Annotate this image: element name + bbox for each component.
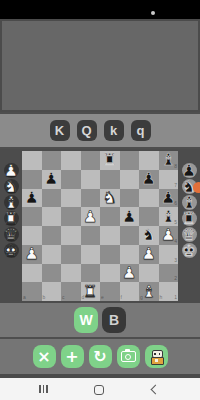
status-bar [0, 0, 200, 19]
square-g2[interactable] [139, 264, 159, 283]
square-c4[interactable] [61, 226, 81, 245]
square-b8[interactable] [42, 151, 62, 170]
robot-icon [150, 349, 163, 365]
square-a1[interactable]: a [22, 282, 42, 301]
touch-indicator-dot [193, 182, 200, 193]
file-label: h [160, 295, 163, 300]
square-b3[interactable] [42, 245, 62, 264]
piece-white-pawn[interactable]: ♟ [25, 246, 39, 262]
piece-black-bishop[interactable]: ♝ [161, 152, 175, 168]
square-h1[interactable]: 1h [159, 282, 179, 301]
palette-white-queen[interactable]: ♛ [4, 227, 19, 242]
square-h6[interactable]: ♟6 [159, 189, 179, 208]
square-d6[interactable] [81, 189, 101, 208]
square-b4[interactable] [42, 226, 62, 245]
palette-black-pawn[interactable]: ♟ [182, 163, 197, 178]
square-e6[interactable]: ♞ [100, 189, 120, 208]
piece-black-pawn[interactable]: ♟ [25, 190, 39, 206]
square-b5[interactable] [42, 207, 62, 226]
square-g6[interactable] [139, 189, 159, 208]
square-g8[interactable] [139, 151, 159, 170]
rank-label: 1 [174, 295, 177, 300]
square-e2[interactable] [100, 264, 120, 283]
add-piece-button[interactable]: + [61, 345, 84, 368]
file-label: c [62, 295, 65, 300]
board-section: ♟♞♝♜♛♚ ♜♝8♟♟7♟♞♟6♟♟♝5♞♟4♟♟3♟2abc♜def♝g1h… [0, 149, 200, 303]
piece-black-pawn[interactable]: ♟ [161, 190, 175, 206]
square-a3[interactable]: ♟ [22, 245, 42, 264]
rank-label: 7 [174, 183, 177, 188]
square-e3[interactable] [100, 245, 120, 264]
square-d1[interactable]: ♜d [81, 282, 101, 301]
square-c3[interactable] [61, 245, 81, 264]
square-f5[interactable]: ♟ [120, 207, 140, 226]
square-d2[interactable] [81, 264, 101, 283]
file-label: f [121, 295, 122, 300]
square-d4[interactable] [81, 226, 101, 245]
editor-toolbar: × + ↻ [0, 339, 200, 374]
square-a8[interactable] [22, 151, 42, 170]
castling-black-queenside-button[interactable]: q [131, 120, 151, 141]
square-g7[interactable]: ♟ [139, 170, 159, 189]
castling-white-queenside-button[interactable]: Q [77, 120, 97, 141]
square-d7[interactable] [81, 170, 101, 189]
square-c6[interactable] [61, 189, 81, 208]
palette-white-knight[interactable]: ♞ [4, 179, 19, 194]
recents-icon[interactable] [39, 385, 48, 393]
square-c2[interactable] [61, 264, 81, 283]
black-piece-palette: ♟♞♝♜♛♚ [178, 149, 200, 303]
square-c5[interactable] [61, 207, 81, 226]
square-g5[interactable] [139, 207, 159, 226]
piece-black-pawn[interactable]: ♟ [142, 171, 156, 187]
square-h8[interactable]: ♝8 [159, 151, 179, 170]
back-icon[interactable] [151, 385, 161, 395]
square-b2[interactable] [42, 264, 62, 283]
phone-screen: K Q k q ♟♞♝♜♛♚ ♜♝8♟♟7♟♞♟6♟♟♝5♞♟4♟♟3♟2abc… [0, 0, 200, 400]
piece-white-rook[interactable]: ♜ [83, 284, 97, 300]
square-b1[interactable]: b [42, 282, 62, 301]
white-piece-palette: ♟♞♝♜♛♚ [0, 149, 22, 303]
square-c7[interactable] [61, 170, 81, 189]
clear-board-button[interactable]: × [33, 345, 56, 368]
castling-white-kingside-button[interactable]: K [50, 120, 70, 141]
square-f1[interactable]: f [120, 282, 140, 301]
android-nav-bar [0, 378, 200, 400]
plus-icon: + [65, 349, 78, 365]
square-e5[interactable] [100, 207, 120, 226]
rank-label: 2 [174, 276, 177, 281]
square-a6[interactable]: ♟ [22, 189, 42, 208]
file-label: e [101, 295, 104, 300]
chess-board: ♜♝8♟♟7♟♞♟6♟♟♝5♞♟4♟♟3♟2abc♜def♝g1h [22, 151, 178, 301]
piece-white-pawn[interactable]: ♟ [83, 209, 97, 225]
square-d8[interactable] [81, 151, 101, 170]
piece-white-pawn[interactable]: ♟ [142, 246, 156, 262]
square-a4[interactable] [22, 226, 42, 245]
piece-white-bishop[interactable]: ♝ [142, 284, 156, 300]
piece-white-pawn[interactable]: ♟ [122, 265, 136, 281]
palette-black-queen[interactable]: ♛ [182, 227, 197, 242]
white-king-icon: ♚ [4, 243, 18, 259]
square-b7[interactable]: ♟ [42, 170, 62, 189]
palette-white-pawn[interactable]: ♟ [4, 163, 19, 178]
palette-white-bishop[interactable]: ♝ [4, 195, 19, 210]
black-to-move-button[interactable]: B [102, 307, 126, 333]
square-f8[interactable] [120, 151, 140, 170]
camera-button[interactable] [117, 345, 140, 368]
square-f3[interactable] [120, 245, 140, 264]
square-e8[interactable]: ♜ [100, 151, 120, 170]
clear-icon: × [37, 349, 50, 365]
reset-board-button[interactable]: ↻ [89, 345, 112, 368]
castling-black-kingside-button[interactable]: k [104, 120, 124, 141]
camera-icon [121, 351, 136, 362]
palette-white-king[interactable]: ♚ [4, 243, 19, 258]
square-e7[interactable] [100, 170, 120, 189]
square-g3[interactable]: ♟ [139, 245, 159, 264]
piece-black-pawn[interactable]: ♟ [44, 171, 58, 187]
square-h5[interactable]: ♝5 [159, 207, 179, 226]
piece-black-bishop[interactable]: ♝ [161, 209, 175, 225]
palette-black-rook[interactable]: ♜ [182, 211, 197, 226]
square-a5[interactable] [22, 207, 42, 226]
piece-white-pawn[interactable]: ♟ [161, 227, 175, 243]
piece-black-pawn[interactable]: ♟ [122, 209, 136, 225]
refresh-icon: ↻ [93, 349, 106, 365]
square-f6[interactable] [120, 189, 140, 208]
square-b6[interactable] [42, 189, 62, 208]
empty-top-panel [0, 19, 200, 112]
square-g1[interactable]: ♝g [139, 282, 159, 301]
square-h4[interactable]: ♟4 [159, 226, 179, 245]
square-h7[interactable]: 7 [159, 170, 179, 189]
piece-black-rook[interactable]: ♜ [103, 152, 117, 168]
square-e4[interactable] [100, 226, 120, 245]
square-h3[interactable]: 3 [159, 245, 179, 264]
palette-white-rook[interactable]: ♜ [4, 211, 19, 226]
piece-black-knight[interactable]: ♞ [142, 227, 156, 243]
square-c8[interactable] [61, 151, 81, 170]
black-king-icon: ♚ [182, 243, 196, 259]
side-to-move-row: W B [0, 303, 200, 339]
square-a2[interactable] [22, 264, 42, 283]
square-g4[interactable]: ♞ [139, 226, 159, 245]
square-h2[interactable]: 2 [159, 264, 179, 283]
punch-hole-camera [151, 11, 155, 15]
square-a7[interactable] [22, 170, 42, 189]
engine-button[interactable] [145, 345, 168, 368]
square-f2[interactable]: ♟ [120, 264, 140, 283]
palette-black-king[interactable]: ♚ [182, 243, 197, 258]
white-to-move-button[interactable]: W [74, 307, 98, 333]
castling-rights-bar: K Q k q [0, 112, 200, 149]
square-e1[interactable]: e [100, 282, 120, 301]
square-f7[interactable] [120, 170, 140, 189]
piece-white-knight[interactable]: ♞ [103, 190, 117, 206]
square-f4[interactable] [120, 226, 140, 245]
square-d3[interactable] [81, 245, 101, 264]
file-label: a [23, 295, 26, 300]
file-label: b [43, 295, 46, 300]
rank-label: 3 [174, 258, 177, 263]
square-d5[interactable]: ♟ [81, 207, 101, 226]
home-icon[interactable] [94, 385, 104, 395]
square-c1[interactable]: c [61, 282, 81, 301]
palette-black-bishop[interactable]: ♝ [182, 195, 197, 210]
